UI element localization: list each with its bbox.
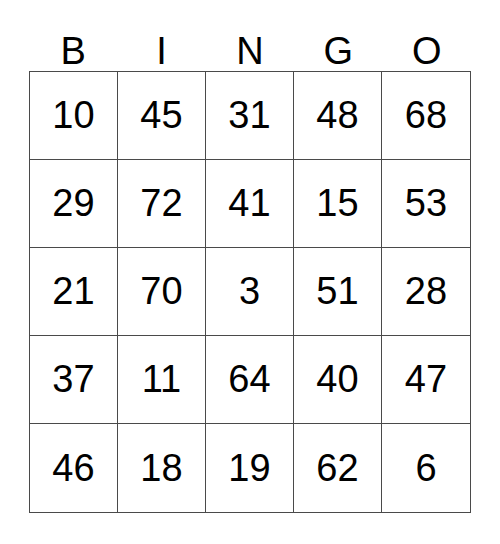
cell-N4[interactable]: 64 <box>206 336 294 424</box>
bingo-grid: 10 45 31 48 68 29 72 41 15 53 21 70 3 51… <box>29 71 471 513</box>
header-letter-N: N <box>206 32 294 71</box>
cell-G2[interactable]: 15 <box>294 160 382 248</box>
bingo-card: B I N G O 10 45 31 48 68 29 72 41 15 53 … <box>29 0 471 513</box>
header-letter-O: O <box>383 32 471 71</box>
bingo-header: B I N G O <box>29 0 471 71</box>
cell-N3[interactable]: 3 <box>206 248 294 336</box>
cell-I3[interactable]: 70 <box>118 248 206 336</box>
cell-I2[interactable]: 72 <box>118 160 206 248</box>
cell-B3[interactable]: 21 <box>30 248 118 336</box>
cell-I4[interactable]: 11 <box>118 336 206 424</box>
cell-N1[interactable]: 31 <box>206 72 294 160</box>
cell-O3[interactable]: 28 <box>382 248 470 336</box>
cell-O2[interactable]: 53 <box>382 160 470 248</box>
cell-I1[interactable]: 45 <box>118 72 206 160</box>
header-letter-G: G <box>294 32 382 71</box>
cell-O1[interactable]: 68 <box>382 72 470 160</box>
cell-N2[interactable]: 41 <box>206 160 294 248</box>
cell-G5[interactable]: 62 <box>294 424 382 512</box>
cell-B1[interactable]: 10 <box>30 72 118 160</box>
bingo-card-page: B I N G O 10 45 31 48 68 29 72 41 15 53 … <box>0 0 500 544</box>
cell-N5[interactable]: 19 <box>206 424 294 512</box>
cell-B5[interactable]: 46 <box>30 424 118 512</box>
header-letter-B: B <box>29 32 117 71</box>
cell-I5[interactable]: 18 <box>118 424 206 512</box>
cell-B2[interactable]: 29 <box>30 160 118 248</box>
cell-B4[interactable]: 37 <box>30 336 118 424</box>
header-letter-I: I <box>117 32 205 71</box>
cell-O5[interactable]: 6 <box>382 424 470 512</box>
cell-G4[interactable]: 40 <box>294 336 382 424</box>
cell-G1[interactable]: 48 <box>294 72 382 160</box>
cell-O4[interactable]: 47 <box>382 336 470 424</box>
cell-G3[interactable]: 51 <box>294 248 382 336</box>
